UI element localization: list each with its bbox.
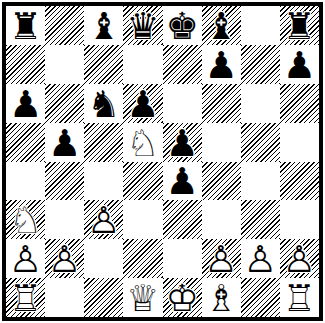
piece-black-queen[interactable]: ♛♛	[123, 6, 162, 45]
square-d3[interactable]	[123, 200, 162, 239]
square-b2[interactable]: ♟♙	[45, 239, 84, 278]
piece-white-knight[interactable]: ♞♘	[6, 200, 45, 239]
piece-white-rook[interactable]: ♜♖	[6, 278, 45, 317]
white-knight-glyph: ♘	[6, 201, 45, 239]
piece-white-pawn[interactable]: ♟♙	[6, 239, 45, 278]
piece-white-bishop[interactable]: ♝♗	[202, 278, 241, 317]
square-e3[interactable]	[163, 200, 202, 239]
square-h4[interactable]	[280, 162, 319, 201]
piece-black-pawn[interactable]: ♟♟	[45, 123, 84, 162]
square-e2[interactable]	[163, 239, 202, 278]
square-e1[interactable]: ♚♔	[163, 278, 202, 317]
white-pawn-glyph: ♙	[241, 240, 280, 278]
piece-white-king[interactable]: ♚♔	[163, 278, 202, 317]
piece-white-pawn[interactable]: ♟♙	[202, 239, 241, 278]
square-f8[interactable]: ♝♝	[202, 6, 241, 45]
piece-black-bishop[interactable]: ♝♝	[202, 6, 241, 45]
square-a7[interactable]	[6, 45, 45, 84]
square-e4[interactable]: ♟♟	[163, 162, 202, 201]
white-pawn-glyph: ♙	[6, 240, 45, 278]
black-rook-glyph: ♜	[280, 7, 319, 45]
black-pawn-glyph: ♟	[163, 124, 202, 162]
square-d2[interactable]	[123, 239, 162, 278]
black-pawn-glyph: ♟	[123, 85, 162, 123]
piece-black-bishop[interactable]: ♝♝	[84, 6, 123, 45]
piece-black-rook[interactable]: ♜♜	[6, 6, 45, 45]
black-bishop-glyph: ♝	[202, 7, 241, 45]
piece-white-pawn[interactable]: ♟♙	[241, 239, 280, 278]
black-pawn-glyph: ♟	[202, 46, 241, 84]
square-a8[interactable]: ♜♜	[6, 6, 45, 45]
piece-white-pawn[interactable]: ♟♙	[45, 239, 84, 278]
white-rook-glyph: ♖	[280, 279, 319, 317]
square-f6[interactable]	[202, 84, 241, 123]
square-d5[interactable]: ♞♘	[123, 123, 162, 162]
white-king-glyph: ♔	[163, 279, 202, 317]
piece-black-pawn[interactable]: ♟♟	[123, 84, 162, 123]
piece-black-pawn[interactable]: ♟♟	[163, 162, 202, 201]
square-a3[interactable]: ♞♘	[6, 200, 45, 239]
square-c8[interactable]: ♝♝	[84, 6, 123, 45]
square-d6[interactable]: ♟♟	[123, 84, 162, 123]
white-pawn-glyph: ♙	[45, 240, 84, 278]
square-c1[interactable]	[84, 278, 123, 317]
square-f3[interactable]	[202, 200, 241, 239]
square-f4[interactable]	[202, 162, 241, 201]
square-c4[interactable]	[84, 162, 123, 201]
square-d1[interactable]: ♛♕	[123, 278, 162, 317]
square-d7[interactable]	[123, 45, 162, 84]
square-a6[interactable]: ♟♟	[6, 84, 45, 123]
piece-white-knight[interactable]: ♞♘	[123, 123, 162, 162]
square-f1[interactable]: ♝♗	[202, 278, 241, 317]
square-e6[interactable]	[163, 84, 202, 123]
white-rook-glyph: ♖	[6, 279, 45, 317]
square-b7[interactable]	[45, 45, 84, 84]
square-g2[interactable]: ♟♙	[241, 239, 280, 278]
square-g3[interactable]	[241, 200, 280, 239]
piece-white-pawn[interactable]: ♟♙	[84, 200, 123, 239]
piece-white-rook[interactable]: ♜♖	[280, 278, 319, 317]
square-c3[interactable]: ♟♙	[84, 200, 123, 239]
square-a4[interactable]	[6, 162, 45, 201]
black-king-glyph: ♚	[163, 7, 202, 45]
square-g8[interactable]	[241, 6, 280, 45]
square-h6[interactable]	[280, 84, 319, 123]
square-d4[interactable]	[123, 162, 162, 201]
square-c5[interactable]	[84, 123, 123, 162]
square-c2[interactable]	[84, 239, 123, 278]
white-knight-glyph: ♘	[123, 124, 162, 162]
square-c7[interactable]	[84, 45, 123, 84]
chess-board: ♜♜♝♝♛♛♚♚♝♝♜♜♟♟♟♟♟♟♞♞♟♟♟♟♞♘♟♟♟♟♞♘♟♙♟♙♟♙♟♙…	[2, 2, 323, 321]
white-queen-glyph: ♕	[123, 279, 162, 317]
piece-black-pawn[interactable]: ♟♟	[6, 84, 45, 123]
square-a1[interactable]: ♜♖	[6, 278, 45, 317]
white-bishop-glyph: ♗	[202, 279, 241, 317]
black-knight-glyph: ♞	[84, 85, 123, 123]
square-b8[interactable]	[45, 6, 84, 45]
square-e7[interactable]	[163, 45, 202, 84]
square-b5[interactable]: ♟♟	[45, 123, 84, 162]
black-queen-glyph: ♛	[123, 7, 162, 45]
square-g7[interactable]	[241, 45, 280, 84]
square-d8[interactable]: ♛♛	[123, 6, 162, 45]
black-pawn-glyph: ♟	[280, 46, 319, 84]
black-pawn-glyph: ♟	[6, 85, 45, 123]
square-e8[interactable]: ♚♚	[163, 6, 202, 45]
square-b1[interactable]	[45, 278, 84, 317]
square-b3[interactable]	[45, 200, 84, 239]
square-f7[interactable]: ♟♟	[202, 45, 241, 84]
square-a5[interactable]	[6, 123, 45, 162]
piece-black-king[interactable]: ♚♚	[163, 6, 202, 45]
white-pawn-glyph: ♙	[84, 201, 123, 239]
square-h1[interactable]: ♜♖	[280, 278, 319, 317]
black-pawn-glyph: ♟	[163, 163, 202, 201]
square-h3[interactable]	[280, 200, 319, 239]
piece-white-pawn[interactable]: ♟♙	[280, 239, 319, 278]
square-h8[interactable]: ♜♜	[280, 6, 319, 45]
white-pawn-glyph: ♙	[202, 240, 241, 278]
piece-black-pawn[interactable]: ♟♟	[202, 45, 241, 84]
square-a2[interactable]: ♟♙	[6, 239, 45, 278]
black-pawn-glyph: ♟	[45, 124, 84, 162]
square-b6[interactable]	[45, 84, 84, 123]
piece-black-pawn[interactable]: ♟♟	[280, 45, 319, 84]
black-bishop-glyph: ♝	[84, 7, 123, 45]
black-rook-glyph: ♜	[6, 7, 45, 45]
square-g1[interactable]	[241, 278, 280, 317]
white-pawn-glyph: ♙	[280, 240, 319, 278]
piece-white-queen[interactable]: ♛♕	[123, 278, 162, 317]
piece-black-pawn[interactable]: ♟♟	[163, 123, 202, 162]
square-h7[interactable]: ♟♟	[280, 45, 319, 84]
square-h2[interactable]: ♟♙	[280, 239, 319, 278]
square-c6[interactable]: ♞♞	[84, 84, 123, 123]
square-e5[interactable]: ♟♟	[163, 123, 202, 162]
square-b4[interactable]	[45, 162, 84, 201]
piece-black-rook[interactable]: ♜♜	[280, 6, 319, 45]
square-g4[interactable]	[241, 162, 280, 201]
piece-black-knight[interactable]: ♞♞	[84, 84, 123, 123]
chess-diagram: ♜♜♝♝♛♛♚♚♝♝♜♜♟♟♟♟♟♟♞♞♟♟♟♟♞♘♟♟♟♟♞♘♟♙♟♙♟♙♟♙…	[0, 0, 325, 323]
square-f2[interactable]: ♟♙	[202, 239, 241, 278]
square-h5[interactable]	[280, 123, 319, 162]
square-f5[interactable]	[202, 123, 241, 162]
square-g5[interactable]	[241, 123, 280, 162]
square-g6[interactable]	[241, 84, 280, 123]
